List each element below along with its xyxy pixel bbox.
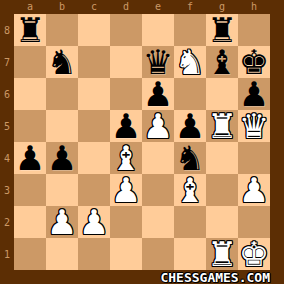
square-a1[interactable]	[14, 238, 46, 270]
square-d2[interactable]	[110, 206, 142, 238]
rank-label-3: 3	[0, 174, 14, 206]
square-f5[interactable]: ♟	[174, 110, 206, 142]
piece-black-pawn-d5: ♟	[111, 110, 141, 142]
file-label-d: d	[110, 0, 142, 14]
square-b1[interactable]	[46, 238, 78, 270]
file-labels: abcdefgh	[14, 0, 270, 14]
square-h1[interactable]: ♚	[238, 238, 270, 270]
square-e6[interactable]: ♟	[142, 78, 174, 110]
square-d1[interactable]	[110, 238, 142, 270]
piece-black-queen-e7: ♛	[143, 46, 173, 78]
square-d3[interactable]: ♟	[110, 174, 142, 206]
piece-white-pawn-c2: ♟	[79, 206, 109, 238]
square-h8[interactable]	[238, 14, 270, 46]
square-e7[interactable]: ♛	[142, 46, 174, 78]
rank-labels: 87654321	[0, 14, 14, 270]
square-h3[interactable]: ♟	[238, 174, 270, 206]
square-a8[interactable]: ♜	[14, 14, 46, 46]
square-d7[interactable]	[110, 46, 142, 78]
square-g7[interactable]: ♝	[206, 46, 238, 78]
square-f8[interactable]	[174, 14, 206, 46]
piece-white-rook-g1: ♜	[207, 238, 237, 270]
piece-black-pawn-h6: ♟	[239, 78, 269, 110]
square-f6[interactable]	[174, 78, 206, 110]
square-c6[interactable]	[78, 78, 110, 110]
square-a4[interactable]: ♟	[14, 142, 46, 174]
piece-black-king-h7: ♚	[239, 46, 269, 78]
square-h7[interactable]: ♚	[238, 46, 270, 78]
rank-label-4: 4	[0, 142, 14, 174]
square-e3[interactable]	[142, 174, 174, 206]
square-e1[interactable]	[142, 238, 174, 270]
square-b3[interactable]	[46, 174, 78, 206]
piece-black-pawn-e6: ♟	[143, 78, 173, 110]
file-label-c: c	[78, 0, 110, 14]
square-g6[interactable]	[206, 78, 238, 110]
piece-white-pawn-b2: ♟	[47, 206, 77, 238]
square-g3[interactable]	[206, 174, 238, 206]
square-c7[interactable]	[78, 46, 110, 78]
square-b5[interactable]	[46, 110, 78, 142]
square-e5[interactable]: ♟	[142, 110, 174, 142]
square-a7[interactable]	[14, 46, 46, 78]
file-label-h: h	[238, 0, 270, 14]
piece-white-rook-g5: ♜	[207, 110, 237, 142]
square-a5[interactable]	[14, 110, 46, 142]
square-d5[interactable]: ♟	[110, 110, 142, 142]
piece-black-pawn-b4: ♟	[47, 142, 77, 174]
chess-board: ♜♜♞♛♞♝♚♟♟♟♟♟♜♛♟♟♝♞♟♝♟♟♟♜♚	[14, 14, 270, 270]
chessgames-watermark: CHESSGAMES.COM	[160, 270, 270, 284]
square-e2[interactable]	[142, 206, 174, 238]
piece-black-pawn-a4: ♟	[15, 142, 45, 174]
piece-white-knight-f7: ♞	[175, 46, 205, 78]
chess-board-diagram: abcdefgh 87654321 ♜♜♞♛♞♝♚♟♟♟♟♟♜♛♟♟♝♞♟♝♟♟…	[0, 0, 284, 284]
square-d4[interactable]: ♝	[110, 142, 142, 174]
square-a6[interactable]	[14, 78, 46, 110]
piece-white-queen-h5: ♛	[239, 110, 269, 142]
square-c3[interactable]	[78, 174, 110, 206]
square-h6[interactable]: ♟	[238, 78, 270, 110]
square-g8[interactable]: ♜	[206, 14, 238, 46]
square-d8[interactable]	[110, 14, 142, 46]
piece-black-knight-b7: ♞	[47, 46, 77, 78]
piece-white-king-h1: ♚	[239, 238, 269, 270]
rank-label-8: 8	[0, 14, 14, 46]
square-b7[interactable]: ♞	[46, 46, 78, 78]
rank-label-2: 2	[0, 206, 14, 238]
file-label-a: a	[14, 0, 46, 14]
piece-white-pawn-d3: ♟	[111, 174, 141, 206]
piece-white-bishop-d4: ♝	[111, 142, 141, 174]
square-e8[interactable]	[142, 14, 174, 46]
square-e4[interactable]	[142, 142, 174, 174]
piece-black-rook-a8: ♜	[15, 14, 45, 46]
square-h4[interactable]	[238, 142, 270, 174]
square-b2[interactable]: ♟	[46, 206, 78, 238]
square-c1[interactable]	[78, 238, 110, 270]
piece-white-pawn-h3: ♟	[239, 174, 269, 206]
rank-label-6: 6	[0, 78, 14, 110]
square-g5[interactable]: ♜	[206, 110, 238, 142]
square-h2[interactable]	[238, 206, 270, 238]
square-c2[interactable]: ♟	[78, 206, 110, 238]
square-f4[interactable]: ♞	[174, 142, 206, 174]
piece-black-knight-f4: ♞	[175, 142, 205, 174]
file-label-g: g	[206, 0, 238, 14]
square-b6[interactable]	[46, 78, 78, 110]
square-f2[interactable]	[174, 206, 206, 238]
piece-black-pawn-f5: ♟	[175, 110, 205, 142]
piece-white-bishop-f3: ♝	[175, 174, 205, 206]
square-f7[interactable]: ♞	[174, 46, 206, 78]
square-f1[interactable]	[174, 238, 206, 270]
rank-label-5: 5	[0, 110, 14, 142]
square-c8[interactable]	[78, 14, 110, 46]
piece-white-pawn-e5: ♟	[143, 110, 173, 142]
file-label-f: f	[174, 0, 206, 14]
square-g1[interactable]: ♜	[206, 238, 238, 270]
square-b4[interactable]: ♟	[46, 142, 78, 174]
file-label-e: e	[142, 0, 174, 14]
piece-black-bishop-g7: ♝	[207, 46, 237, 78]
rank-label-7: 7	[0, 46, 14, 78]
square-g4[interactable]	[206, 142, 238, 174]
square-a2[interactable]	[14, 206, 46, 238]
square-c4[interactable]	[78, 142, 110, 174]
file-label-b: b	[46, 0, 78, 14]
square-d6[interactable]	[110, 78, 142, 110]
square-b8[interactable]	[46, 14, 78, 46]
square-f3[interactable]: ♝	[174, 174, 206, 206]
piece-black-rook-g8: ♜	[207, 14, 237, 46]
square-c5[interactable]	[78, 110, 110, 142]
square-h5[interactable]: ♛	[238, 110, 270, 142]
square-a3[interactable]	[14, 174, 46, 206]
rank-label-1: 1	[0, 238, 14, 270]
square-g2[interactable]	[206, 206, 238, 238]
